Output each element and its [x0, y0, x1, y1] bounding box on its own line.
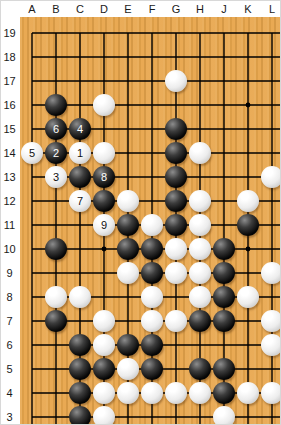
row-label-10: 10 — [1, 242, 18, 256]
stone-white-G17[interactable] — [165, 70, 187, 92]
intersection-G17[interactable] — [164, 69, 188, 93]
intersection-C3[interactable] — [68, 405, 92, 425]
stone-white-F11[interactable] — [141, 214, 163, 236]
intersection-F11[interactable] — [140, 213, 164, 237]
intersection-B5[interactable] — [44, 357, 68, 381]
intersection-A15[interactable] — [20, 117, 44, 141]
stone-white-C14-move-1[interactable]: 1 — [69, 142, 91, 164]
intersection-C13[interactable] — [68, 165, 92, 189]
stone-black-J10[interactable] — [213, 238, 235, 260]
intersection-C10[interactable] — [68, 237, 92, 261]
stone-white-D14[interactable] — [93, 142, 115, 164]
stone-white-H8[interactable] — [189, 286, 211, 308]
stone-white-H9[interactable] — [189, 262, 211, 284]
stone-black-F6[interactable] — [141, 334, 163, 356]
intersection-K14[interactable] — [236, 141, 260, 165]
intersection-F8[interactable] — [140, 285, 164, 309]
stone-black-J4[interactable] — [213, 382, 235, 404]
intersection-J19[interactable] — [212, 21, 236, 45]
stone-white-G7[interactable] — [165, 310, 187, 332]
stone-white-L9[interactable] — [261, 262, 281, 284]
stone-white-C12-move-7[interactable]: 7 — [69, 190, 91, 212]
intersection-D6[interactable] — [92, 333, 116, 357]
intersection-H12[interactable] — [188, 189, 212, 213]
intersection-B15[interactable]: 6 — [44, 117, 68, 141]
intersection-E7[interactable] — [116, 309, 140, 333]
intersection-F10[interactable] — [140, 237, 164, 261]
intersection-E19[interactable] — [116, 21, 140, 45]
stone-black-F5[interactable] — [141, 358, 163, 380]
intersection-K18[interactable] — [236, 45, 260, 69]
stone-black-E11[interactable] — [117, 214, 139, 236]
stone-black-G14[interactable] — [165, 142, 187, 164]
intersection-A11[interactable] — [20, 213, 44, 237]
intersection-C11[interactable] — [68, 213, 92, 237]
stone-white-C8[interactable] — [69, 286, 91, 308]
row-label-19: 19 — [1, 26, 18, 40]
stone-black-C5[interactable] — [69, 358, 91, 380]
intersection-K11[interactable] — [236, 213, 260, 237]
intersection-L9[interactable] — [260, 261, 281, 285]
stone-white-L13[interactable] — [261, 166, 281, 188]
stone-white-E9[interactable] — [117, 262, 139, 284]
row-label-3: 3 — [1, 410, 18, 424]
row-label-16: 16 — [1, 98, 18, 112]
intersection-C5[interactable] — [68, 357, 92, 381]
stone-white-H4[interactable] — [189, 382, 211, 404]
row-label-5: 5 — [1, 362, 18, 376]
stone-white-K12[interactable] — [237, 190, 259, 212]
intersection-K15[interactable] — [236, 117, 260, 141]
intersection-J4[interactable] — [212, 381, 236, 405]
intersection-A14[interactable]: 5 — [20, 141, 44, 165]
intersection-C8[interactable] — [68, 285, 92, 309]
intersection-J11[interactable] — [212, 213, 236, 237]
col-label-H: H — [188, 2, 212, 16]
intersection-F6[interactable] — [140, 333, 164, 357]
intersection-L10[interactable] — [260, 237, 281, 261]
stone-white-E12[interactable] — [117, 190, 139, 212]
stone-white-H10[interactable] — [189, 238, 211, 260]
intersection-L18[interactable] — [260, 45, 281, 69]
intersection-D15[interactable] — [92, 117, 116, 141]
intersection-C4[interactable] — [68, 381, 92, 405]
intersection-E9[interactable] — [116, 261, 140, 285]
intersection-L17[interactable] — [260, 69, 281, 93]
intersection-J7[interactable] — [212, 309, 236, 333]
stone-white-H12[interactable] — [189, 190, 211, 212]
intersection-D18[interactable] — [92, 45, 116, 69]
intersection-A19[interactable] — [20, 21, 44, 45]
intersection-H5[interactable] — [188, 357, 212, 381]
row-label-11: 11 — [1, 218, 18, 232]
stone-white-J3[interactable] — [213, 406, 235, 425]
intersection-D9[interactable] — [92, 261, 116, 285]
intersection-L4[interactable] — [260, 381, 281, 405]
intersection-G13[interactable] — [164, 165, 188, 189]
intersection-H7[interactable] — [188, 309, 212, 333]
row-label-12: 12 — [1, 194, 18, 208]
intersection-D11[interactable]: 9 — [92, 213, 116, 237]
intersection-A16[interactable] — [20, 93, 44, 117]
stone-black-C15-move-4[interactable]: 4 — [69, 118, 91, 140]
row-labels: 191817161514131211109876543 — [1, 1, 20, 425]
row-label-8: 8 — [1, 290, 18, 304]
stone-black-C3[interactable] — [69, 406, 91, 425]
intersection-H8[interactable] — [188, 285, 212, 309]
intersection-G18[interactable] — [164, 45, 188, 69]
intersection-L11[interactable] — [260, 213, 281, 237]
row-label-17: 17 — [1, 74, 18, 88]
intersection-J10[interactable] — [212, 237, 236, 261]
intersection-J17[interactable] — [212, 69, 236, 93]
intersection-J12[interactable] — [212, 189, 236, 213]
intersection-E3[interactable] — [116, 405, 140, 425]
intersection-H3[interactable] — [188, 405, 212, 425]
intersection-H14[interactable] — [188, 141, 212, 165]
intersection-L3[interactable] — [260, 405, 281, 425]
intersection-K5[interactable] — [236, 357, 260, 381]
row-label-18: 18 — [1, 50, 18, 64]
intersection-K6[interactable] — [236, 333, 260, 357]
intersection-H18[interactable] — [188, 45, 212, 69]
stone-white-D4[interactable] — [93, 382, 115, 404]
intersection-L8[interactable] — [260, 285, 281, 309]
intersection-E15[interactable] — [116, 117, 140, 141]
intersection-B4[interactable] — [44, 381, 68, 405]
intersection-B6[interactable] — [44, 333, 68, 357]
stone-white-G9[interactable] — [165, 262, 187, 284]
intersection-G7[interactable] — [164, 309, 188, 333]
intersection-D8[interactable] — [92, 285, 116, 309]
intersection-B13[interactable]: 3 — [44, 165, 68, 189]
intersection-F15[interactable] — [140, 117, 164, 141]
stone-black-D5[interactable] — [93, 358, 115, 380]
intersection-B9[interactable] — [44, 261, 68, 285]
intersection-B11[interactable] — [44, 213, 68, 237]
intersection-F13[interactable] — [140, 165, 164, 189]
stone-white-K8[interactable] — [237, 286, 259, 308]
intersection-K7[interactable] — [236, 309, 260, 333]
stone-black-B15-move-6[interactable]: 6 — [45, 118, 67, 140]
intersection-L15[interactable] — [260, 117, 281, 141]
row-label-9: 9 — [1, 266, 18, 280]
intersection-H16[interactable] — [188, 93, 212, 117]
intersection-J8[interactable] — [212, 285, 236, 309]
intersection-A6[interactable] — [20, 333, 44, 357]
intersection-E4[interactable] — [116, 381, 140, 405]
intersection-B10[interactable] — [44, 237, 68, 261]
intersection-A9[interactable] — [20, 261, 44, 285]
row-label-6: 6 — [1, 338, 18, 352]
intersection-L5[interactable] — [260, 357, 281, 381]
row-label-15: 15 — [1, 122, 18, 136]
stone-black-H5[interactable] — [189, 358, 211, 380]
col-label-C: C — [68, 2, 92, 16]
intersection-B12[interactable] — [44, 189, 68, 213]
stone-white-K4[interactable] — [237, 382, 259, 404]
intersection-H6[interactable] — [188, 333, 212, 357]
col-label-J: J — [212, 2, 236, 16]
intersection-C14[interactable]: 1 — [68, 141, 92, 165]
stone-white-H14[interactable] — [189, 142, 211, 164]
column-labels: ABCDEFGHJKL — [1, 1, 281, 17]
intersection-E13[interactable] — [116, 165, 140, 189]
intersection-G11[interactable] — [164, 213, 188, 237]
stone-white-B13-move-3[interactable]: 3 — [45, 166, 67, 188]
stone-white-F8[interactable] — [141, 286, 163, 308]
intersection-E8[interactable] — [116, 285, 140, 309]
intersection-D5[interactable] — [92, 357, 116, 381]
intersection-C6[interactable] — [68, 333, 92, 357]
stone-black-J5[interactable] — [213, 358, 235, 380]
intersection-A12[interactable] — [20, 189, 44, 213]
stone-white-E4[interactable] — [117, 382, 139, 404]
row-label-14: 14 — [1, 146, 18, 160]
stone-black-F9[interactable] — [141, 262, 163, 284]
intersection-G9[interactable] — [164, 261, 188, 285]
stone-black-B7[interactable] — [45, 310, 67, 332]
intersection-B8[interactable] — [44, 285, 68, 309]
intersection-D14[interactable] — [92, 141, 116, 165]
intersection-D7[interactable] — [92, 309, 116, 333]
intersection-H4[interactable] — [188, 381, 212, 405]
intersection-G8[interactable] — [164, 285, 188, 309]
intersection-C18[interactable] — [68, 45, 92, 69]
stone-black-F10[interactable] — [141, 238, 163, 260]
stone-black-H7[interactable] — [189, 310, 211, 332]
intersection-F16[interactable] — [140, 93, 164, 117]
stone-white-G4[interactable] — [165, 382, 187, 404]
stone-black-D13-move-8[interactable]: 8 — [93, 166, 115, 188]
intersection-B14[interactable]: 2 — [44, 141, 68, 165]
intersection-G16[interactable] — [164, 93, 188, 117]
intersection-F17[interactable] — [140, 69, 164, 93]
intersection-L19[interactable] — [260, 21, 281, 45]
col-label-F: F — [140, 2, 164, 16]
intersection-K8[interactable] — [236, 285, 260, 309]
stone-black-C6[interactable] — [69, 334, 91, 356]
intersection-E11[interactable] — [116, 213, 140, 237]
intersection-G14[interactable] — [164, 141, 188, 165]
stone-black-C13[interactable] — [69, 166, 91, 188]
stone-black-B10[interactable] — [45, 238, 67, 260]
stone-white-L7[interactable] — [261, 310, 281, 332]
intersection-L12[interactable] — [260, 189, 281, 213]
intersection-B17[interactable] — [44, 69, 68, 93]
intersection-D10[interactable] — [92, 237, 116, 261]
intersection-L16[interactable] — [260, 93, 281, 117]
intersection-E5[interactable] — [116, 357, 140, 381]
intersection-K16[interactable] — [236, 93, 260, 117]
stone-black-J9[interactable] — [213, 262, 235, 284]
intersection-A3[interactable] — [20, 405, 44, 425]
intersection-A4[interactable] — [20, 381, 44, 405]
row-label-13: 13 — [1, 170, 18, 184]
intersection-A5[interactable] — [20, 357, 44, 381]
intersection-A8[interactable] — [20, 285, 44, 309]
stone-black-G12[interactable] — [165, 190, 187, 212]
intersection-C17[interactable] — [68, 69, 92, 93]
intersection-H17[interactable] — [188, 69, 212, 93]
col-label-L: L — [260, 2, 281, 16]
intersection-G19[interactable] — [164, 21, 188, 45]
stone-black-D12[interactable] — [93, 190, 115, 212]
go-board-screenshot: ABCDEFGHJKL 191817161514131211109876543 … — [0, 0, 281, 425]
intersection-E16[interactable] — [116, 93, 140, 117]
intersection-F19[interactable] — [140, 21, 164, 45]
col-label-A: A — [20, 2, 44, 16]
intersection-E10[interactable] — [116, 237, 140, 261]
stone-black-G11[interactable] — [165, 214, 187, 236]
intersection-A13[interactable] — [20, 165, 44, 189]
intersection-G3[interactable] — [164, 405, 188, 425]
stone-white-E5[interactable] — [117, 358, 139, 380]
intersection-D16[interactable] — [92, 93, 116, 117]
row-label-7: 7 — [1, 314, 18, 328]
intersection-G10[interactable] — [164, 237, 188, 261]
intersection-J18[interactable] — [212, 45, 236, 69]
intersection-J16[interactable] — [212, 93, 236, 117]
col-label-D: D — [92, 2, 116, 16]
intersection-B3[interactable] — [44, 405, 68, 425]
intersection-H11[interactable] — [188, 213, 212, 237]
intersection-H10[interactable] — [188, 237, 212, 261]
intersection-A18[interactable] — [20, 45, 44, 69]
intersection-K3[interactable] — [236, 405, 260, 425]
intersection-E6[interactable] — [116, 333, 140, 357]
intersection-K9[interactable] — [236, 261, 260, 285]
intersection-B19[interactable] — [44, 21, 68, 45]
intersection-K13[interactable] — [236, 165, 260, 189]
intersection-E12[interactable] — [116, 189, 140, 213]
stone-white-L6[interactable] — [261, 334, 281, 356]
intersection-C12[interactable]: 7 — [68, 189, 92, 213]
col-label-E: E — [116, 2, 140, 16]
intersection-A17[interactable] — [20, 69, 44, 93]
intersection-F9[interactable] — [140, 261, 164, 285]
intersection-J9[interactable] — [212, 261, 236, 285]
intersection-D19[interactable] — [92, 21, 116, 45]
col-label-B: B — [44, 2, 68, 16]
intersection-F7[interactable] — [140, 309, 164, 333]
intersection-G15[interactable] — [164, 117, 188, 141]
stone-white-D7[interactable] — [93, 310, 115, 332]
intersection-J13[interactable] — [212, 165, 236, 189]
intersection-D17[interactable] — [92, 69, 116, 93]
intersection-B16[interactable] — [44, 93, 68, 117]
intersection-D13[interactable]: 8 — [92, 165, 116, 189]
intersection-H13[interactable] — [188, 165, 212, 189]
stone-black-E10[interactable] — [117, 238, 139, 260]
intersection-A7[interactable] — [20, 309, 44, 333]
intersection-F14[interactable] — [140, 141, 164, 165]
stone-white-F7[interactable] — [141, 310, 163, 332]
stone-white-A14-move-5[interactable]: 5 — [21, 142, 43, 164]
intersection-F5[interactable] — [140, 357, 164, 381]
intersection-J5[interactable] — [212, 357, 236, 381]
intersection-L14[interactable] — [260, 141, 281, 165]
stone-black-J8[interactable] — [213, 286, 235, 308]
intersection-L7[interactable] — [260, 309, 281, 333]
stone-white-B8[interactable] — [45, 286, 67, 308]
stone-white-L4[interactable] — [261, 382, 281, 404]
stone-black-G15[interactable] — [165, 118, 187, 140]
intersection-B7[interactable] — [44, 309, 68, 333]
row-label-4: 4 — [1, 386, 18, 400]
stone-black-G13[interactable] — [165, 166, 187, 188]
intersection-B18[interactable] — [44, 45, 68, 69]
intersection-C7[interactable] — [68, 309, 92, 333]
intersection-K4[interactable] — [236, 381, 260, 405]
intersection-K19[interactable] — [236, 21, 260, 45]
intersection-F12[interactable] — [140, 189, 164, 213]
intersection-H19[interactable] — [188, 21, 212, 45]
intersection-C19[interactable] — [68, 21, 92, 45]
intersection-J14[interactable] — [212, 141, 236, 165]
intersection-E18[interactable] — [116, 45, 140, 69]
intersection-C9[interactable] — [68, 261, 92, 285]
intersection-E17[interactable] — [116, 69, 140, 93]
intersection-C16[interactable] — [68, 93, 92, 117]
stone-black-B14-move-2[interactable]: 2 — [45, 142, 67, 164]
intersection-C15[interactable]: 4 — [68, 117, 92, 141]
stone-black-B16[interactable] — [45, 94, 67, 116]
intersection-H15[interactable] — [188, 117, 212, 141]
stone-white-D6[interactable] — [93, 334, 115, 356]
stone-white-D11-move-9[interactable]: 9 — [93, 214, 115, 236]
stone-white-F4[interactable] — [141, 382, 163, 404]
intersection-D12[interactable] — [92, 189, 116, 213]
stone-black-J7[interactable] — [213, 310, 235, 332]
stone-white-G10[interactable] — [165, 238, 187, 260]
intersection-F18[interactable] — [140, 45, 164, 69]
stone-black-K11[interactable] — [237, 214, 259, 236]
intersection-H9[interactable] — [188, 261, 212, 285]
intersection-K17[interactable] — [236, 69, 260, 93]
col-label-G: G — [164, 2, 188, 16]
stone-white-D3[interactable] — [93, 406, 115, 425]
intersection-K10[interactable] — [236, 237, 260, 261]
intersection-J15[interactable] — [212, 117, 236, 141]
intersection-K12[interactable] — [236, 189, 260, 213]
intersection-L13[interactable] — [260, 165, 281, 189]
intersection-A10[interactable] — [20, 237, 44, 261]
intersection-L6[interactable] — [260, 333, 281, 357]
intersection-D4[interactable] — [92, 381, 116, 405]
intersection-F3[interactable] — [140, 405, 164, 425]
stone-black-C4[interactable] — [69, 382, 91, 404]
intersection-G12[interactable] — [164, 189, 188, 213]
stones-grid: 645213879 — [20, 21, 281, 425]
col-label-K: K — [236, 2, 260, 16]
intersection-F4[interactable] — [140, 381, 164, 405]
stone-white-H11[interactable] — [189, 214, 211, 236]
intersection-G4[interactable] — [164, 381, 188, 405]
intersection-D3[interactable] — [92, 405, 116, 425]
stone-white-D16[interactable] — [93, 94, 115, 116]
stone-black-E6[interactable] — [117, 334, 139, 356]
intersection-J6[interactable] — [212, 333, 236, 357]
intersection-J3[interactable] — [212, 405, 236, 425]
intersection-G5[interactable] — [164, 357, 188, 381]
intersection-E14[interactable] — [116, 141, 140, 165]
intersection-G6[interactable] — [164, 333, 188, 357]
